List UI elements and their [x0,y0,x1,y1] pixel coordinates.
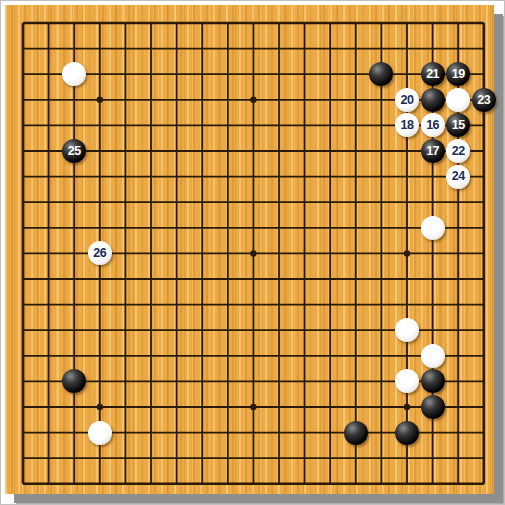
stone-black-r17: 21 [421,62,445,86]
stone-number-label: 20 [401,94,414,107]
stone-number-label: 25 [68,145,81,158]
stone-number-label: 19 [452,68,465,81]
screenshot-root: 211920231816152517222426 [0,0,505,505]
stone-black-r5 [421,369,445,393]
stone-white-q16: 20 [395,88,419,112]
stone-number-label: 18 [401,119,414,132]
stone-white-r6 [421,344,445,368]
stone-white-s16 [446,88,470,112]
stone-number-label: 24 [452,170,465,183]
stone-black-t16: 23 [472,88,496,112]
stone-white-s13: 24 [446,165,470,189]
stone-number-label: 23 [477,94,490,107]
stone-number-label: 21 [426,68,439,81]
stone-number-label: 16 [426,119,439,132]
stone-white-d3 [88,421,112,445]
stone-number-label: 15 [452,119,465,132]
stone-white-s14: 22 [446,139,470,163]
stone-black-c14: 25 [62,139,86,163]
stone-white-r15: 16 [421,113,445,137]
go-board[interactable]: 211920231816152517222426 [5,5,494,494]
stone-number-label: 26 [93,247,106,260]
stone-white-r11 [421,216,445,240]
stone-number-label: 17 [426,145,439,158]
stone-black-r14: 17 [421,139,445,163]
stone-white-q7 [395,318,419,342]
stone-black-q3 [395,421,419,445]
stone-number-label: 22 [452,145,465,158]
stone-black-r16 [421,88,445,112]
stone-black-r4 [421,395,445,419]
stone-black-o3 [344,421,368,445]
